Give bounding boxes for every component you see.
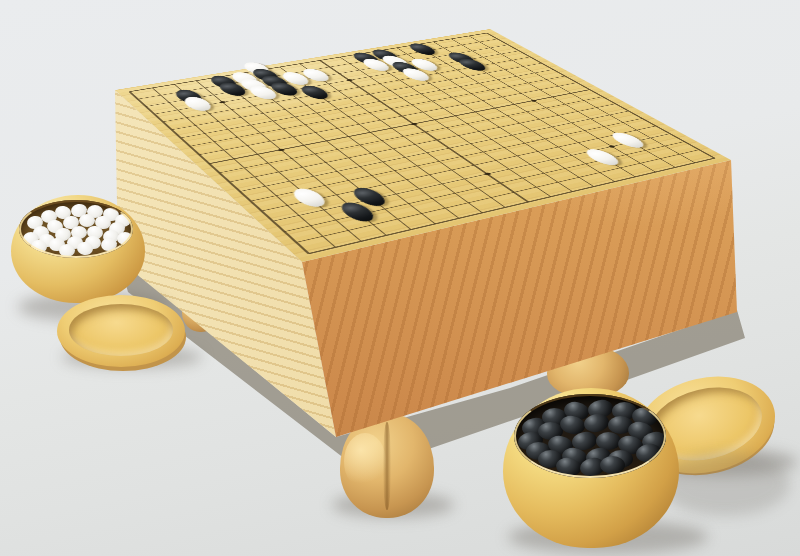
black-bowl-rim — [514, 394, 666, 478]
leg-lobe-highlight — [344, 433, 386, 490]
black-bowl-side-shadow — [660, 452, 790, 516]
photo-scene — [0, 0, 800, 556]
left-lid-dish — [69, 304, 173, 356]
leg-cleft — [383, 422, 391, 509]
white-bowl-rim — [19, 200, 133, 258]
